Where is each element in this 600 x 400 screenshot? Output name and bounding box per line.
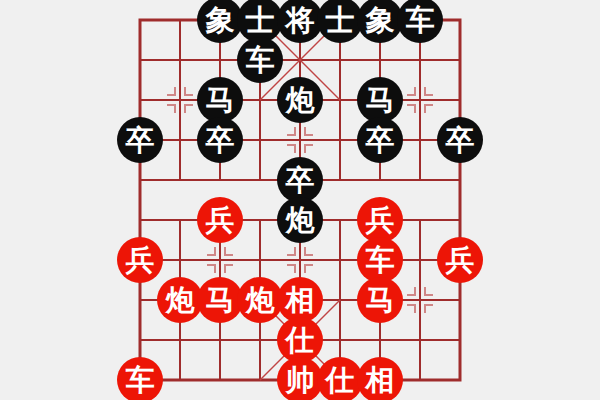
pieces-layer: 象士将士象车车马炮马卒卒卒卒卒炮兵兵兵车兵炮马炮相马仕车帅仕相 xyxy=(120,0,480,400)
piece-black-pawn[interactable]: 卒 xyxy=(357,117,403,163)
piece-black-pawn[interactable]: 卒 xyxy=(117,117,163,163)
piece-black-cannon[interactable]: 炮 xyxy=(277,77,323,123)
piece-black-cannon[interactable]: 炮 xyxy=(277,197,323,243)
piece-red-pawn[interactable]: 兵 xyxy=(117,237,163,283)
piece-red-elephant[interactable]: 相 xyxy=(357,357,403,400)
piece-black-pawn[interactable]: 卒 xyxy=(437,117,483,163)
xiangqi-board: 象士将士象车车马炮马卒卒卒卒卒炮兵兵兵车兵炮马炮相马仕车帅仕相 xyxy=(0,0,600,400)
piece-red-horse[interactable]: 马 xyxy=(357,277,403,323)
piece-black-chariot[interactable]: 车 xyxy=(397,0,443,43)
piece-black-pawn[interactable]: 卒 xyxy=(197,117,243,163)
piece-red-chariot[interactable]: 车 xyxy=(117,357,163,400)
piece-red-pawn[interactable]: 兵 xyxy=(437,237,483,283)
piece-black-chariot[interactable]: 车 xyxy=(237,37,283,83)
piece-red-pawn[interactable]: 兵 xyxy=(197,197,243,243)
